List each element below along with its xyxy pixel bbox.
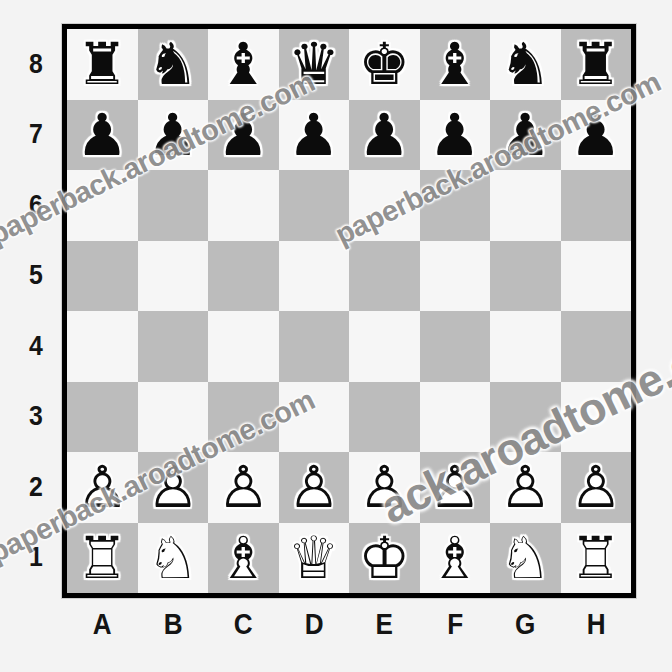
- square-d4: [279, 311, 350, 382]
- file-label-d: D: [282, 602, 345, 646]
- piece-black-knight: ♞: [490, 29, 561, 100]
- square-h5: [561, 241, 632, 312]
- piece-black-pawn: ♟: [67, 100, 138, 171]
- piece-black-pawn: ♟: [138, 100, 209, 171]
- piece-white-king: ♔: [349, 523, 420, 594]
- square-c8: ♝: [208, 29, 279, 100]
- square-f4: [420, 311, 491, 382]
- piece-white-pawn: ♙: [490, 452, 561, 523]
- square-a7: ♟: [67, 100, 138, 171]
- piece-white-rook: ♖: [67, 523, 138, 594]
- square-e1: ♔: [349, 523, 420, 594]
- file-labels: ABCDEFGH: [67, 602, 631, 646]
- piece-black-pawn: ♟: [208, 100, 279, 171]
- file-label-c: C: [212, 602, 275, 646]
- square-f7: ♟: [420, 100, 491, 171]
- square-b8: ♞: [138, 29, 209, 100]
- piece-white-bishop: ♗: [208, 523, 279, 594]
- square-e2: ♙: [349, 452, 420, 523]
- piece-black-pawn: ♟: [561, 100, 632, 171]
- square-e4: [349, 311, 420, 382]
- square-g3: [490, 382, 561, 453]
- square-g1: ♘: [490, 523, 561, 594]
- square-d6: [279, 170, 350, 241]
- rank-label-2: 2: [18, 452, 55, 523]
- file-label-f: F: [423, 602, 486, 646]
- square-c2: ♙: [208, 452, 279, 523]
- square-g7: ♟: [490, 100, 561, 171]
- square-f5: [420, 241, 491, 312]
- rank-label-6: 6: [18, 170, 55, 241]
- square-f8: ♝: [420, 29, 491, 100]
- square-e6: [349, 170, 420, 241]
- piece-white-knight: ♘: [138, 523, 209, 594]
- square-e7: ♟: [349, 100, 420, 171]
- square-g2: ♙: [490, 452, 561, 523]
- piece-white-rook: ♖: [561, 523, 632, 594]
- piece-black-king: ♚: [349, 29, 420, 100]
- square-g5: [490, 241, 561, 312]
- square-e5: [349, 241, 420, 312]
- piece-white-pawn: ♙: [420, 452, 491, 523]
- square-b1: ♘: [138, 523, 209, 594]
- square-b5: [138, 241, 209, 312]
- piece-black-rook: ♜: [67, 29, 138, 100]
- square-c6: [208, 170, 279, 241]
- square-e3: [349, 382, 420, 453]
- rank-label-5: 5: [18, 241, 55, 312]
- file-label-a: A: [71, 602, 134, 646]
- square-f2: ♙: [420, 452, 491, 523]
- square-a5: [67, 241, 138, 312]
- square-a8: ♜: [67, 29, 138, 100]
- square-f1: ♗: [420, 523, 491, 594]
- piece-white-pawn: ♙: [208, 452, 279, 523]
- square-d1: ♕: [279, 523, 350, 594]
- file-label-b: B: [141, 602, 204, 646]
- piece-black-queen: ♛: [279, 29, 350, 100]
- piece-black-pawn: ♟: [349, 100, 420, 171]
- piece-black-pawn: ♟: [490, 100, 561, 171]
- square-h6: [561, 170, 632, 241]
- square-c5: [208, 241, 279, 312]
- rank-labels: 87654321: [16, 29, 56, 593]
- square-a2: ♙: [67, 452, 138, 523]
- rank-label-4: 4: [18, 311, 55, 382]
- square-b7: ♟: [138, 100, 209, 171]
- piece-black-rook: ♜: [561, 29, 632, 100]
- square-d3: [279, 382, 350, 453]
- piece-white-pawn: ♙: [138, 452, 209, 523]
- file-label-e: E: [353, 602, 416, 646]
- square-c3: [208, 382, 279, 453]
- square-b3: [138, 382, 209, 453]
- square-f3: [420, 382, 491, 453]
- piece-white-pawn: ♙: [349, 452, 420, 523]
- rank-label-8: 8: [18, 29, 55, 100]
- square-a1: ♖: [67, 523, 138, 594]
- rank-label-3: 3: [18, 382, 55, 453]
- square-g4: [490, 311, 561, 382]
- square-b6: [138, 170, 209, 241]
- square-d2: ♙: [279, 452, 350, 523]
- square-a4: [67, 311, 138, 382]
- square-h1: ♖: [561, 523, 632, 594]
- file-label-g: G: [494, 602, 557, 646]
- piece-black-bishop: ♝: [420, 29, 491, 100]
- square-a6: [67, 170, 138, 241]
- square-d7: ♟: [279, 100, 350, 171]
- square-c4: [208, 311, 279, 382]
- square-h8: ♜: [561, 29, 632, 100]
- piece-black-pawn: ♟: [420, 100, 491, 171]
- square-a3: [67, 382, 138, 453]
- piece-white-queen: ♕: [279, 523, 350, 594]
- piece-black-knight: ♞: [138, 29, 209, 100]
- square-h4: [561, 311, 632, 382]
- square-d8: ♛: [279, 29, 350, 100]
- chess-board: ♜♞♝♛♚♝♞♜♟♟♟♟♟♟♟♟♙♙♙♙♙♙♙♙♖♘♗♕♔♗♘♖: [67, 29, 631, 593]
- square-e8: ♚: [349, 29, 420, 100]
- piece-white-pawn: ♙: [561, 452, 632, 523]
- square-f6: [420, 170, 491, 241]
- chess-diagram: 87654321 ♜♞♝♛♚♝♞♜♟♟♟♟♟♟♟♟♙♙♙♙♙♙♙♙♖♘♗♕♔♗♘…: [0, 0, 672, 672]
- square-c7: ♟: [208, 100, 279, 171]
- square-h3: [561, 382, 632, 453]
- square-g6: [490, 170, 561, 241]
- square-b2: ♙: [138, 452, 209, 523]
- square-g8: ♞: [490, 29, 561, 100]
- piece-white-bishop: ♗: [420, 523, 491, 594]
- rank-label-1: 1: [18, 523, 55, 594]
- piece-black-pawn: ♟: [279, 100, 350, 171]
- rank-label-7: 7: [18, 100, 55, 171]
- piece-white-pawn: ♙: [67, 452, 138, 523]
- square-b4: [138, 311, 209, 382]
- piece-white-knight: ♘: [490, 523, 561, 594]
- square-d5: [279, 241, 350, 312]
- square-h2: ♙: [561, 452, 632, 523]
- square-h7: ♟: [561, 100, 632, 171]
- piece-white-pawn: ♙: [279, 452, 350, 523]
- piece-black-bishop: ♝: [208, 29, 279, 100]
- board-frame: ♜♞♝♛♚♝♞♜♟♟♟♟♟♟♟♟♙♙♙♙♙♙♙♙♖♘♗♕♔♗♘♖: [62, 24, 636, 598]
- square-c1: ♗: [208, 523, 279, 594]
- file-label-h: H: [564, 602, 627, 646]
